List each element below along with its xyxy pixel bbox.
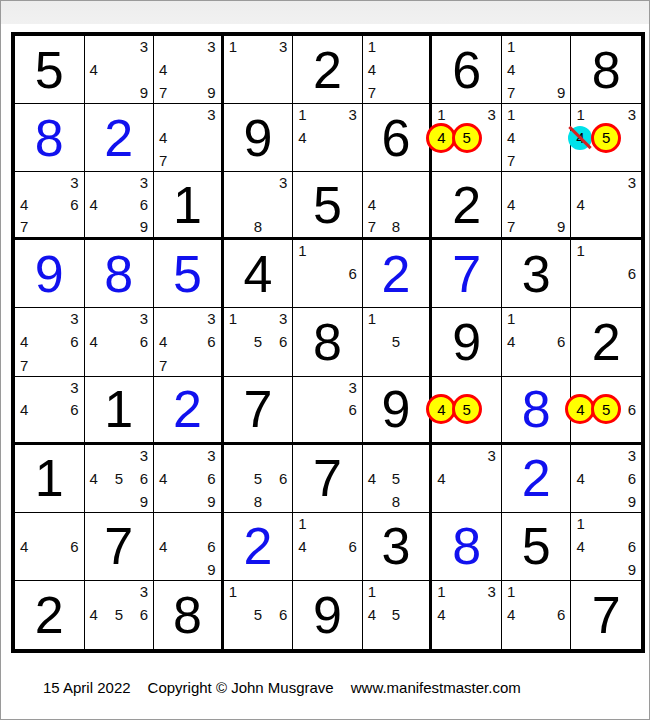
candidate-pos-3 [407, 173, 429, 194]
cell-r5c5[interactable]: 8 [293, 308, 363, 376]
solved-digit: 2 [224, 513, 293, 580]
cell-r9c9[interactable]: 7 [571, 581, 641, 649]
candidate-pos-6 [547, 59, 569, 81]
cell-r1c4[interactable]: 13 [224, 36, 294, 104]
candidate-pos-4 [572, 263, 595, 285]
candidate-pos-1 [294, 378, 316, 399]
candidate-pos-2 [247, 37, 269, 59]
solved-digit: 2 [154, 377, 221, 442]
candidate-digit: 1 [368, 584, 376, 599]
solved-digit: 2 [363, 240, 430, 307]
pencil-marks: 146 [503, 582, 570, 648]
candidate-digit: 1 [507, 107, 515, 122]
cell-r5c1[interactable]: 3467 [15, 308, 85, 376]
candidate-pos-5: 5 [108, 604, 130, 626]
candidate-pos-1 [364, 173, 386, 194]
candidate-digit: 4 [437, 471, 445, 486]
candidate-pos-7: 7 [155, 80, 177, 102]
cell-r8c9[interactable]: 1469 [571, 513, 641, 581]
cell-r6c2[interactable]: 1 [85, 377, 155, 445]
given-digit: 1 [154, 172, 221, 237]
cell-r2c2[interactable]: 2 [85, 104, 155, 172]
cell-r5c4[interactable]: 1356 [224, 308, 294, 376]
candidate-digit: 4 [507, 334, 515, 349]
candidate-pos-3 [547, 105, 569, 127]
candidate-pos-3 [547, 582, 569, 604]
candidate-pos-5 [525, 604, 547, 626]
cell-r9c2[interactable]: 3456 [85, 581, 155, 649]
cell-r6c1[interactable]: 346 [15, 377, 85, 445]
candidate-pos-8 [108, 353, 130, 375]
cell-r9c3[interactable]: 8 [154, 581, 224, 649]
given-digit: 1 [15, 445, 84, 512]
candidate-pos-8 [108, 626, 130, 648]
cell-r4c8[interactable]: 3 [502, 240, 572, 308]
cell-r6c4[interactable]: 7 [224, 377, 294, 445]
given-digit: 2 [15, 581, 84, 649]
cell-r2c5[interactable]: 134 [293, 104, 363, 172]
cell-r5c8[interactable]: 146 [502, 308, 572, 376]
candidate-pos-8 [247, 626, 269, 648]
candidate-digit: 9 [140, 85, 148, 100]
candidate-digit: 4 [159, 130, 167, 145]
candidate-pos-4: 4 [433, 604, 455, 626]
candidate-pos-2 [177, 105, 199, 127]
candidate-pos-4 [225, 604, 247, 626]
candidate-digit: 4 [576, 197, 584, 212]
pencil-marks: 145 [364, 582, 429, 648]
candidate-pos-8 [247, 80, 269, 102]
candidate-pos-5: 5 [108, 467, 130, 489]
cell-r4c5[interactable]: 16 [293, 240, 363, 308]
cell-r4c4[interactable]: 4 [224, 240, 294, 308]
cell-r2c8[interactable]: 147 [502, 104, 572, 172]
cell-r3c5[interactable]: 5 [293, 172, 363, 240]
candidate-pos-1 [503, 173, 525, 194]
candidate-pos-9 [130, 353, 152, 375]
candidate-pos-3: 3 [130, 173, 152, 194]
candidate-pos-1: 1 [294, 241, 316, 263]
candidate-pos-1 [155, 446, 177, 468]
candidate-pos-5 [38, 194, 60, 215]
candidate-digit: 7 [368, 85, 376, 100]
candidate-pos-2 [456, 582, 478, 604]
pencil-marks: 16 [572, 241, 640, 306]
pencil-marks: 13 [225, 37, 292, 102]
cell-r8c2[interactable]: 7 [85, 513, 155, 581]
candidate-pos-5 [595, 194, 618, 215]
cell-r6c8[interactable]: 8 [502, 377, 572, 445]
candidate-digit: 1 [437, 584, 445, 599]
pencil-marks: 3469 [86, 173, 153, 236]
cell-r7c9[interactable]: 3469 [571, 445, 641, 513]
given-digit: 7 [224, 377, 293, 442]
cell-r7c7[interactable]: 34 [432, 445, 502, 513]
cell-r6c5[interactable]: 36 [293, 377, 363, 445]
candidate-digit: 3 [70, 311, 78, 326]
pencil-marks: 156 [225, 582, 292, 648]
candidate-pos-2 [316, 378, 338, 399]
cell-r2c4[interactable]: 9 [224, 104, 294, 172]
cell-r3c2[interactable]: 3469 [85, 172, 155, 240]
candidate-pos-6 [407, 604, 429, 626]
cell-r6c9[interactable]: 645 [571, 377, 641, 445]
candidate-pos-3 [478, 378, 500, 399]
candidate-pos-4: 4 [503, 59, 525, 81]
candidate-pos-8 [456, 489, 478, 511]
page: 5349347913214761479882347913461345147134… [0, 0, 650, 720]
candidate-pos-5 [316, 127, 338, 149]
cell-r1c7[interactable]: 6 [432, 36, 502, 104]
candidate-digit: 1 [576, 516, 584, 531]
candidate-pos-7: 7 [503, 80, 525, 102]
candidate-pos-2 [108, 446, 130, 468]
cell-r4c9[interactable]: 16 [571, 240, 641, 308]
cell-r3c8[interactable]: 479 [502, 172, 572, 240]
pencil-marks: 147 [503, 105, 570, 170]
candidate-pos-6: 6 [339, 263, 361, 285]
candidate-pos-6 [547, 127, 569, 149]
given-digit: 3 [363, 513, 430, 580]
cell-r7c2[interactable]: 34569 [85, 445, 155, 513]
candidate-pos-8 [108, 215, 130, 236]
candidate-pos-4: 4 [155, 127, 177, 149]
candidate-pos-1 [16, 309, 38, 331]
candidate-pos-1: 1 [294, 514, 316, 536]
candidate-pos-3 [269, 582, 291, 604]
candidate-digit: 8 [254, 219, 262, 234]
candidate-pos-9 [269, 80, 291, 102]
candidate-digit: 6 [70, 539, 78, 554]
cell-r1c1[interactable]: 5 [15, 36, 85, 104]
candidate-digit: 1 [576, 107, 584, 122]
candidate-pos-2 [525, 37, 547, 59]
candidate-pos-9: 9 [547, 80, 569, 102]
footer-date: 15 April 2022 [43, 679, 131, 696]
pencil-marks: 3456 [86, 582, 153, 648]
candidate-pos-7 [155, 489, 177, 511]
candidate-pos-7: 7 [364, 215, 386, 236]
candidate-pos-7 [572, 215, 595, 236]
candidate-pos-8 [177, 557, 199, 579]
cell-r8c3[interactable]: 469 [154, 513, 224, 581]
candidate-pos-1 [86, 37, 108, 59]
cell-r3c9[interactable]: 34 [571, 172, 641, 240]
candidate-pos-7 [572, 149, 595, 171]
candidate-pos-2 [595, 173, 618, 194]
cell-r7c1[interactable]: 1 [15, 445, 85, 513]
cell-r9c7[interactable]: 134 [432, 581, 502, 649]
candidate-digit: 8 [392, 494, 400, 509]
candidate-pos-2 [525, 173, 547, 194]
candidate-pos-9 [130, 626, 152, 648]
cell-r8c5[interactable]: 146 [293, 513, 363, 581]
cell-r8c1[interactable]: 46 [15, 513, 85, 581]
solved-digit: 2 [502, 445, 571, 512]
candidate-digit: 4 [159, 471, 167, 486]
candidate-digit: 4 [90, 471, 98, 486]
candidate-pos-9: 9 [130, 489, 152, 511]
candidate-digit: 4 [507, 197, 515, 212]
candidate-pos-3 [407, 37, 429, 59]
cell-r3c7[interactable]: 2 [432, 172, 502, 240]
cell-r2c9[interactable]: 1345 [571, 104, 641, 172]
cell-r7c3[interactable]: 3469 [154, 445, 224, 513]
candidate-pos-7 [225, 215, 247, 236]
candidate-pos-5 [316, 399, 338, 420]
candidate-digit: 3 [348, 107, 356, 122]
candidate-pos-4: 4 [155, 467, 177, 489]
footer-copyright: Copyright © John Musgrave [148, 679, 334, 696]
cell-r8c4[interactable]: 2 [224, 513, 294, 581]
candidate-pos-9 [60, 557, 82, 579]
candidate-digit: 8 [254, 494, 262, 509]
candidate-pos-9 [547, 353, 569, 375]
candidate-pos-9 [339, 557, 361, 579]
candidate-digit: 5 [392, 471, 400, 486]
cell-r2c3[interactable]: 347 [154, 104, 224, 172]
candidate-pos-2 [316, 514, 338, 536]
candidate-pos-5: 5 [385, 467, 407, 489]
sudoku-grid: 5349347913214761479882347913461345147134… [11, 32, 645, 653]
footer: 15 April 2022 Copyright © John Musgrave … [43, 679, 521, 696]
candidate-pos-3: 3 [269, 37, 291, 59]
candidate-digit: 4 [368, 62, 376, 77]
solved-digit: 8 [502, 377, 571, 442]
candidate-pos-7 [16, 557, 38, 579]
solved-digit: 7 [432, 240, 501, 307]
given-digit: 2 [293, 36, 362, 103]
pencil-marks: 346 [16, 378, 83, 441]
candidate-pos-3 [198, 514, 220, 536]
cell-r8c6[interactable]: 3 [363, 513, 433, 581]
candidate-pos-6 [407, 194, 429, 215]
cell-r6c7[interactable]: 45 [432, 377, 502, 445]
candidate-digit: 6 [628, 266, 636, 281]
candidate-pos-2 [177, 446, 199, 468]
candidate-digit: 9 [207, 85, 215, 100]
candidate-pos-5 [525, 59, 547, 81]
candidate-pos-4: 4 [16, 399, 38, 420]
candidate-pos-4: 4 [155, 535, 177, 557]
cell-r4c1[interactable]: 9 [15, 240, 85, 308]
solved-digit: 9 [15, 240, 84, 307]
candidate-pos-2 [247, 446, 269, 468]
cell-r3c4[interactable]: 38 [224, 172, 294, 240]
cell-r7c5[interactable]: 7 [293, 445, 363, 513]
cell-r3c6[interactable]: 478 [363, 172, 433, 240]
candidate-digit: 5 [254, 471, 262, 486]
candidate-digit: 5 [254, 334, 262, 349]
cell-r8c8[interactable]: 5 [502, 513, 572, 581]
candidate-digit: 3 [628, 175, 636, 190]
candidate-digit: 6 [207, 539, 215, 554]
cell-r9c1[interactable]: 2 [15, 581, 85, 649]
candidate-pos-4 [364, 331, 386, 353]
candidate-digit: 6 [348, 539, 356, 554]
pencil-marks: 38 [225, 173, 292, 236]
given-digit: 9 [363, 377, 430, 442]
candidate-pos-5 [385, 59, 407, 81]
candidate-pos-6 [407, 59, 429, 81]
candidate-pos-8 [38, 420, 60, 441]
candidate-pos-7 [294, 557, 316, 579]
candidate-pos-4 [225, 331, 247, 353]
candidate-pos-5 [38, 535, 60, 557]
candidate-digit: 3 [207, 39, 215, 54]
candidate-pos-1: 1 [364, 309, 386, 331]
candidate-pos-6 [269, 59, 291, 81]
candidate-pos-4: 4 [572, 467, 595, 489]
circled-candidate: 5 [452, 123, 482, 153]
candidate-pos-6 [478, 467, 500, 489]
solved-digit: 5 [154, 240, 221, 307]
candidate-pos-3 [617, 378, 640, 399]
candidate-pos-2 [247, 173, 269, 194]
pencil-marks: 3469 [572, 446, 640, 511]
candidate-pos-3 [407, 446, 429, 468]
candidate-pos-1: 1 [364, 582, 386, 604]
candidate-pos-9 [407, 353, 429, 375]
candidate-pos-7 [572, 489, 595, 511]
candidate-pos-4 [225, 59, 247, 81]
candidate-pos-2 [385, 446, 407, 468]
candidate-pos-7 [86, 626, 108, 648]
candidate-pos-3: 3 [478, 105, 500, 127]
cell-r5c9[interactable]: 2 [571, 308, 641, 376]
cell-r9c8[interactable]: 146 [502, 581, 572, 649]
candidate-digit: 5 [392, 607, 400, 622]
candidate-pos-8 [38, 557, 60, 579]
candidate-pos-2 [595, 241, 618, 263]
candidate-pos-5: 5 [247, 467, 269, 489]
cell-r6c6[interactable]: 9 [363, 377, 433, 445]
candidate-digit: 7 [507, 85, 515, 100]
cell-r9c6[interactable]: 145 [363, 581, 433, 649]
candidate-pos-6: 6 [547, 331, 569, 353]
pencil-marks: 3479 [155, 37, 220, 102]
cell-r5c2[interactable]: 346 [85, 308, 155, 376]
candidate-pos-7 [86, 215, 108, 236]
candidate-pos-9 [339, 149, 361, 171]
candidate-pos-1: 1 [433, 582, 455, 604]
candidate-pos-3: 3 [130, 37, 152, 59]
candidate-pos-9 [60, 420, 82, 441]
cell-r4c3[interactable]: 5 [154, 240, 224, 308]
candidate-pos-3: 3 [339, 378, 361, 399]
candidate-pos-8: 8 [247, 489, 269, 511]
candidate-digit: 4 [20, 334, 28, 349]
cell-r1c2[interactable]: 349 [85, 36, 155, 104]
given-digit: 1 [85, 377, 154, 442]
footer-website: www.manifestmaster.com [351, 679, 521, 696]
cell-r7c8[interactable]: 2 [502, 445, 572, 513]
candidate-digit: 5 [115, 471, 123, 486]
cell-r7c4[interactable]: 568 [224, 445, 294, 513]
cell-r8c7[interactable]: 8 [432, 513, 502, 581]
solved-digit: 2 [85, 104, 154, 171]
circled-candidate: 5 [591, 394, 621, 424]
pencil-marks: 568 [225, 446, 292, 511]
candidate-pos-2 [108, 582, 130, 604]
candidate-pos-9 [478, 420, 500, 441]
cell-r3c1[interactable]: 3467 [15, 172, 85, 240]
candidate-digit: 4 [368, 471, 376, 486]
candidate-digit: 7 [159, 358, 167, 373]
candidate-pos-3 [617, 514, 640, 536]
candidate-pos-5 [456, 604, 478, 626]
cell-r2c7[interactable]: 1345 [432, 104, 502, 172]
cell-r4c2[interactable]: 8 [85, 240, 155, 308]
candidate-pos-1 [433, 446, 455, 468]
candidate-pos-2 [177, 37, 199, 59]
candidate-pos-3: 3 [198, 105, 220, 127]
cell-r6c3[interactable]: 2 [154, 377, 224, 445]
candidate-pos-9 [478, 149, 500, 171]
candidate-pos-3 [60, 514, 82, 536]
candidate-pos-8: 8 [247, 215, 269, 236]
candidate-pos-2 [177, 309, 199, 331]
candidate-pos-3 [547, 309, 569, 331]
candidate-pos-3 [617, 241, 640, 263]
cell-r5c6[interactable]: 15 [363, 308, 433, 376]
candidate-pos-2 [456, 446, 478, 468]
candidate-pos-3 [407, 309, 429, 331]
cell-r9c4[interactable]: 156 [224, 581, 294, 649]
candidate-pos-9: 9 [547, 215, 569, 236]
candidate-pos-7 [16, 420, 38, 441]
solved-digit: 8 [85, 240, 154, 307]
candidate-pos-8 [595, 489, 618, 511]
candidate-digit: 6 [70, 402, 78, 417]
cell-r2c1[interactable]: 8 [15, 104, 85, 172]
cell-r1c5[interactable]: 2 [293, 36, 363, 104]
candidate-digit: 1 [576, 243, 584, 258]
candidate-pos-6: 6 [60, 535, 82, 557]
cell-r9c5[interactable]: 9 [293, 581, 363, 649]
candidate-pos-8 [177, 489, 199, 511]
given-digit: 7 [85, 513, 154, 580]
pencil-marks: 469 [155, 514, 220, 579]
cell-r1c3[interactable]: 3479 [154, 36, 224, 104]
cell-r7c6[interactable]: 458 [363, 445, 433, 513]
pencil-marks: 3469 [155, 446, 220, 511]
candidate-pos-1 [86, 173, 108, 194]
candidate-pos-5 [177, 59, 199, 81]
candidate-pos-9 [407, 80, 429, 102]
cell-r5c3[interactable]: 3467 [154, 308, 224, 376]
candidate-digit: 3 [279, 39, 287, 54]
cell-r4c6[interactable]: 2 [363, 240, 433, 308]
cell-r5c7[interactable]: 9 [432, 308, 502, 376]
candidate-digit: 3 [628, 448, 636, 463]
candidate-digit: 3 [140, 584, 148, 599]
candidate-digit: 3 [140, 311, 148, 326]
cell-r3c3[interactable]: 1 [154, 172, 224, 240]
cell-r1c8[interactable]: 1479 [502, 36, 572, 104]
cell-r4c7[interactable]: 7 [432, 240, 502, 308]
candidate-pos-3: 3 [269, 309, 291, 331]
cell-r2c6[interactable]: 6 [363, 104, 433, 172]
candidate-digit: 4 [507, 607, 515, 622]
given-digit: 9 [293, 581, 362, 649]
candidate-pos-2 [525, 105, 547, 127]
candidate-pos-6 [547, 194, 569, 215]
candidate-pos-1 [225, 446, 247, 468]
candidate-pos-6 [198, 127, 220, 149]
cell-r1c6[interactable]: 147 [363, 36, 433, 104]
cell-r1c9[interactable]: 8 [571, 36, 641, 104]
